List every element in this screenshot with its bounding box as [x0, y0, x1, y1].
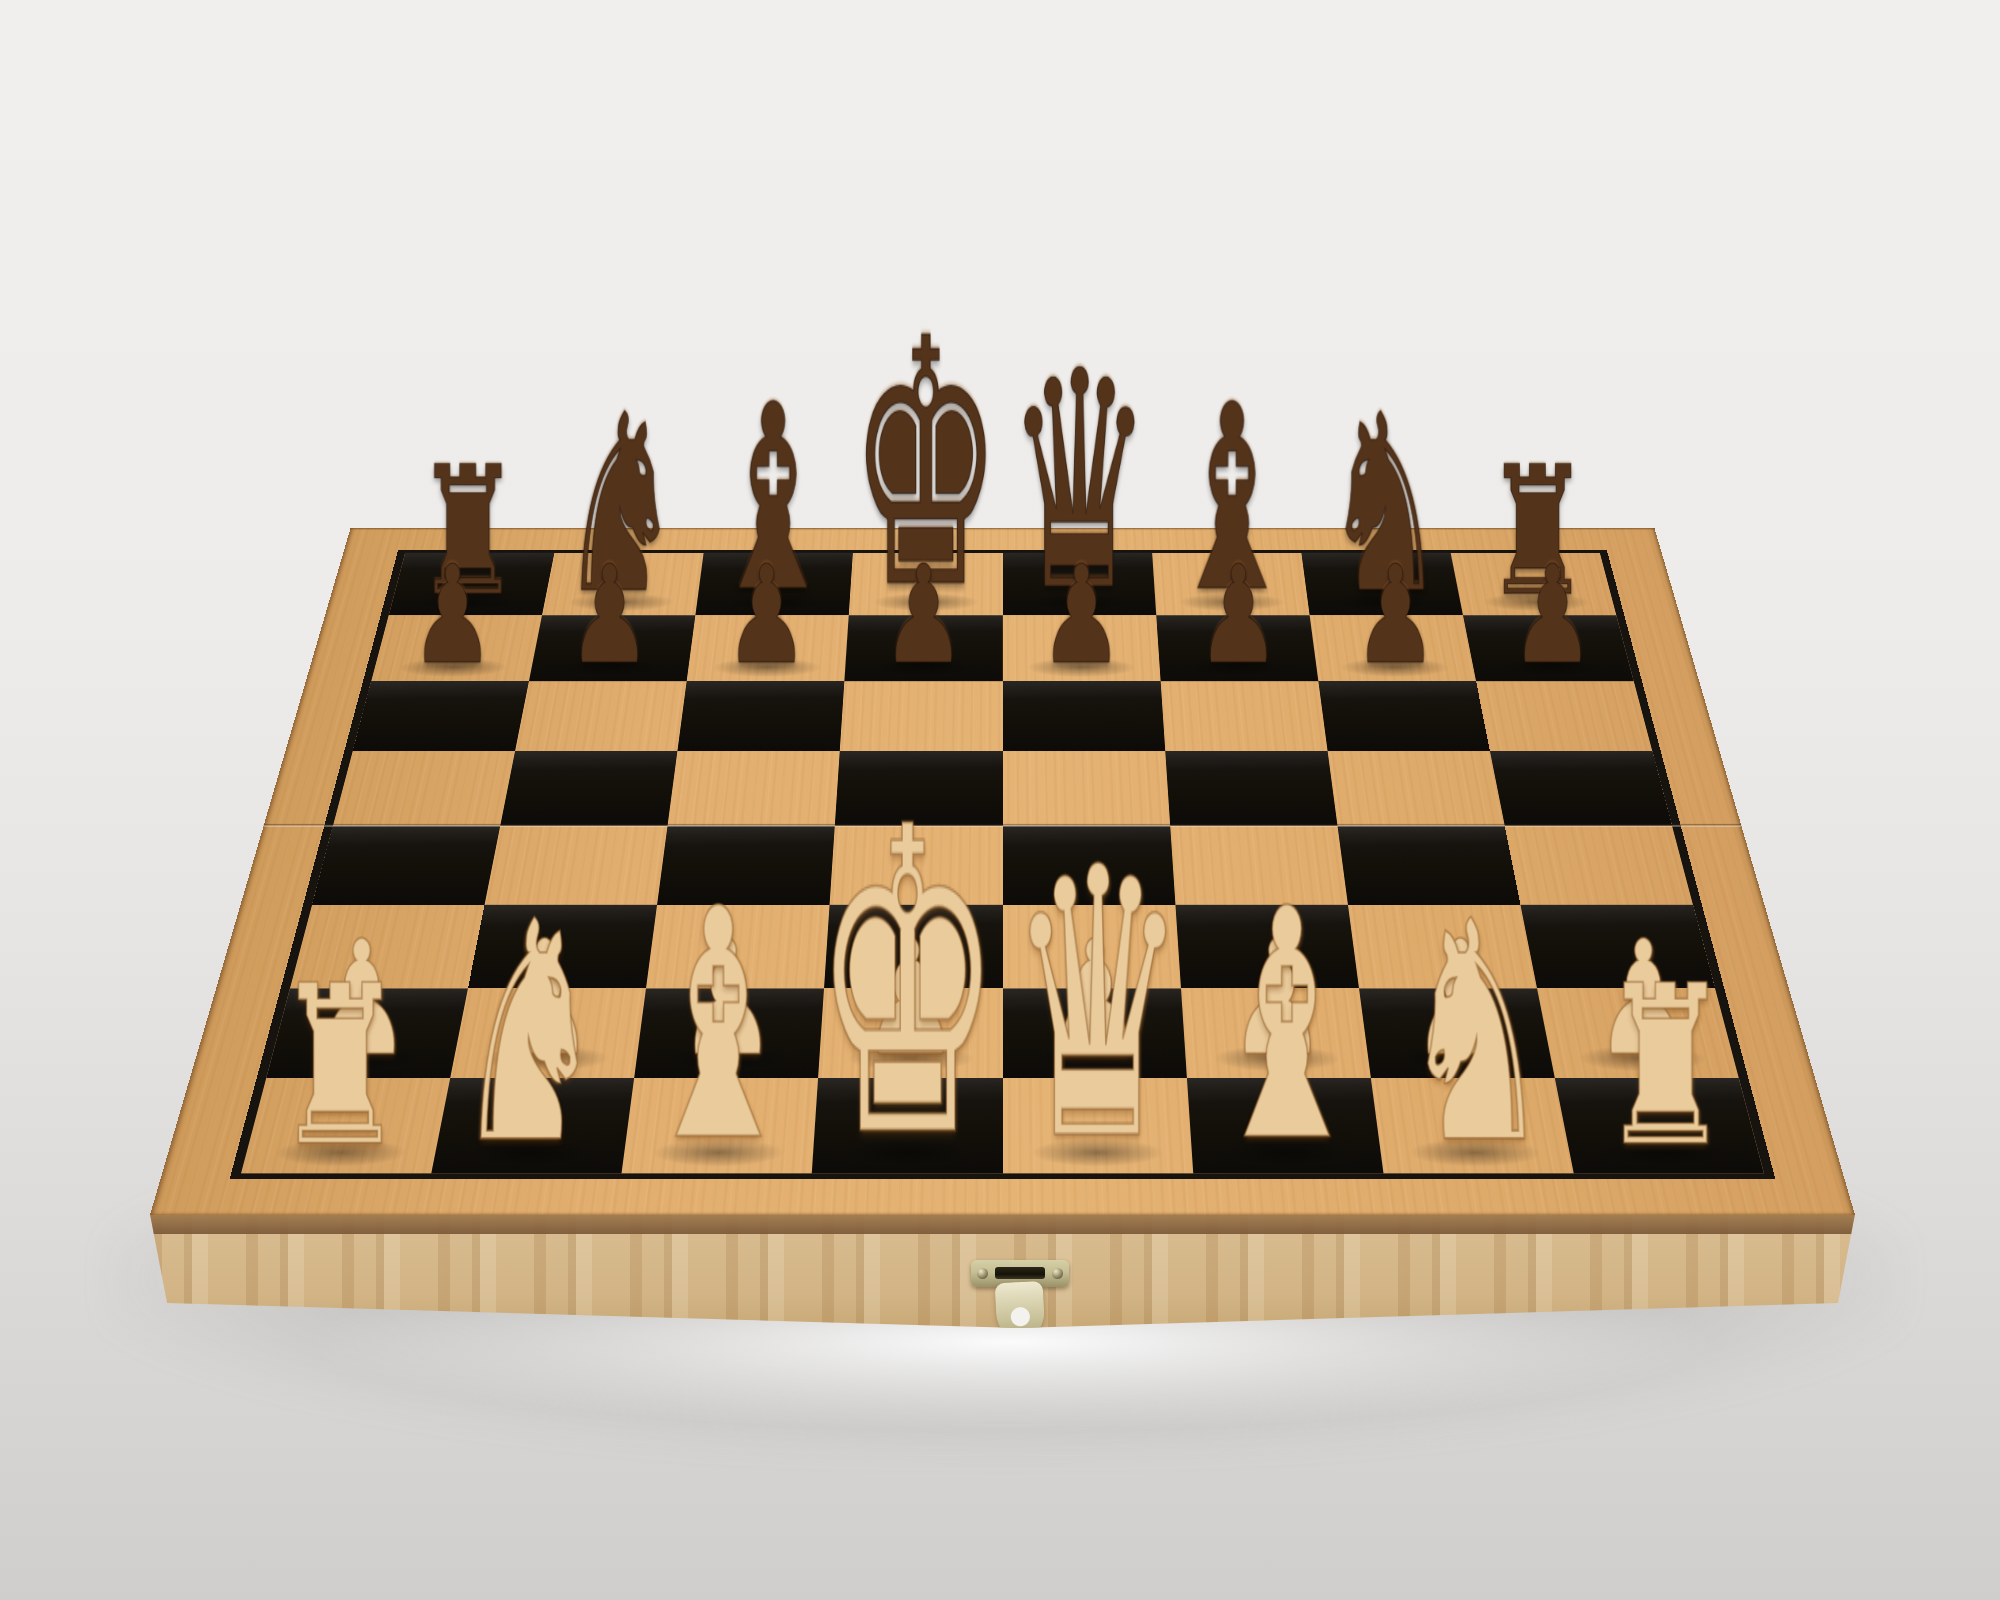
- square-a6: [353, 681, 529, 751]
- piece-shadow: [1593, 1138, 1736, 1167]
- piece-black-knight: ♞: [544, 404, 697, 605]
- square-h5: [1490, 751, 1672, 825]
- piece-shadow: [477, 1045, 613, 1072]
- piece-shadow: [1181, 657, 1296, 677]
- square-e4: [1003, 826, 1176, 905]
- piece-black-king: ♚: [850, 326, 1003, 605]
- square-h8: ♜: [1451, 553, 1617, 616]
- piece-shadow: [1574, 1045, 1712, 1072]
- piece-shadow: [1337, 657, 1453, 677]
- piece-shadow: [839, 1138, 976, 1167]
- square-c1: ♝: [622, 1078, 819, 1174]
- board-grid: ♜♞♝♚♛♝♞♜♟♟♟♟♟♟♟♟♟♟♟♟♟♟♟♟♜♞♝♚♛♝♞♜: [230, 550, 1775, 1179]
- piece-black-rook: ♜: [1461, 459, 1614, 605]
- square-d4: [830, 826, 1003, 905]
- square-a3: [290, 904, 485, 988]
- piece-shadow: [1210, 1045, 1344, 1072]
- square-a7: ♟: [371, 615, 542, 681]
- square-f1: ♝: [1187, 1078, 1384, 1174]
- fold-seam: [263, 823, 1742, 827]
- piece-shadow: [1480, 592, 1594, 611]
- piece-shadow: [293, 1045, 431, 1072]
- square-d8: ♚: [849, 553, 1002, 616]
- square-b3: [468, 904, 657, 988]
- piece-shadow: [564, 592, 677, 611]
- square-f4: [1170, 826, 1348, 905]
- piece-shadow: [552, 657, 668, 677]
- square-c5: [668, 751, 840, 825]
- square-a4: [312, 826, 500, 905]
- square-e2: ♟: [1003, 988, 1187, 1077]
- piece-black-rook: ♜: [391, 459, 544, 605]
- square-b5: [500, 751, 677, 825]
- square-d3: [824, 904, 1002, 988]
- square-e7: ♟: [1003, 615, 1161, 681]
- piece-shadow: [1024, 592, 1135, 611]
- piece-black-knight: ♞: [1308, 404, 1461, 605]
- square-b7: ♟: [529, 615, 696, 681]
- square-f5: [1165, 751, 1337, 825]
- square-h7: ♟: [1463, 615, 1634, 681]
- square-a1: ♜: [241, 1078, 450, 1174]
- piece-shadow: [269, 1138, 412, 1167]
- piece-shadow: [1028, 1045, 1161, 1072]
- square-b2: ♟: [450, 988, 646, 1077]
- piece-white-queen: ♛: [1003, 853, 1192, 1158]
- square-e8: ♛: [1003, 553, 1156, 616]
- square-c7: ♟: [687, 615, 849, 681]
- square-g5: [1327, 751, 1504, 825]
- piece-shadow: [1176, 592, 1288, 611]
- piece-shadow: [411, 592, 525, 611]
- board-top-edge: [150, 1214, 1855, 1234]
- square-c3: [646, 904, 830, 988]
- latch-slot: [995, 1267, 1045, 1279]
- square-h4: [1505, 826, 1693, 905]
- square-c8: ♝: [696, 553, 854, 616]
- square-c2: ♟: [634, 988, 824, 1077]
- square-a2: ♟: [266, 988, 468, 1077]
- piece-shadow: [649, 1138, 788, 1167]
- square-g2: ♟: [1359, 988, 1555, 1077]
- square-g7: ♟: [1309, 615, 1476, 681]
- square-f3: [1175, 904, 1359, 988]
- square-g8: ♞: [1301, 553, 1463, 616]
- piece-shadow: [394, 657, 512, 677]
- square-h6: [1476, 681, 1652, 751]
- latch-screw-right: [1052, 1268, 1063, 1279]
- square-b8: ♞: [542, 553, 704, 616]
- piece-shadow: [459, 1138, 600, 1167]
- square-b4: [485, 826, 668, 905]
- piece-shadow: [709, 657, 824, 677]
- square-f7: ♟: [1156, 615, 1318, 681]
- piece-shadow: [1493, 657, 1611, 677]
- square-g1: ♞: [1371, 1078, 1574, 1174]
- square-a5: [333, 751, 515, 825]
- piece-shadow: [1392, 1045, 1528, 1072]
- square-f8: ♝: [1152, 553, 1310, 616]
- piece-shadow: [1029, 1138, 1166, 1167]
- square-e6: [1003, 681, 1165, 751]
- square-e5: [1003, 751, 1170, 825]
- piece-shadow: [1024, 657, 1138, 677]
- square-h3: [1520, 904, 1715, 988]
- square-g3: [1348, 904, 1537, 988]
- square-b6: [515, 681, 687, 751]
- square-a8: ♜: [389, 553, 555, 616]
- piece-shadow: [661, 1045, 795, 1072]
- latch-screw-left: [977, 1268, 988, 1279]
- square-f2: ♟: [1181, 988, 1371, 1077]
- square-h2: ♟: [1537, 988, 1739, 1077]
- square-b1: ♞: [431, 1078, 634, 1174]
- square-d7: ♟: [845, 615, 1003, 681]
- square-e3: [1003, 904, 1181, 988]
- square-g6: [1318, 681, 1490, 751]
- piece-shadow: [867, 657, 981, 677]
- piece-shadow: [1328, 592, 1441, 611]
- square-d6: [840, 681, 1002, 751]
- piece-black-bishop: ♝: [1155, 395, 1308, 605]
- square-c6: [678, 681, 845, 751]
- square-d5: [835, 751, 1002, 825]
- piece-shadow: [718, 592, 830, 611]
- square-e1: ♛: [1003, 1078, 1193, 1174]
- square-c4: [657, 826, 835, 905]
- piece-black-bishop: ♝: [697, 395, 850, 605]
- piece-shadow: [1405, 1138, 1546, 1167]
- chess-board: ♜♞♝♚♛♝♞♜♟♟♟♟♟♟♟♟♟♟♟♟♟♟♟♟♜♞♝♚♛♝♞♜: [150, 528, 1855, 1215]
- square-d1: ♚: [812, 1078, 1002, 1174]
- piece-shadow: [1217, 1138, 1356, 1167]
- photo-backdrop: ♜♞♝♚♛♝♞♜♟♟♟♟♟♟♟♟♟♟♟♟♟♟♟♟♜♞♝♚♛♝♞♜: [0, 0, 2000, 1600]
- piece-shadow: [845, 1045, 978, 1072]
- square-g4: [1337, 826, 1520, 905]
- piece-black-queen: ♛: [1003, 359, 1156, 605]
- square-h1: ♜: [1555, 1078, 1764, 1174]
- piece-shadow: [871, 592, 982, 611]
- square-f6: [1160, 681, 1327, 751]
- square-d2: ♟: [818, 988, 1002, 1077]
